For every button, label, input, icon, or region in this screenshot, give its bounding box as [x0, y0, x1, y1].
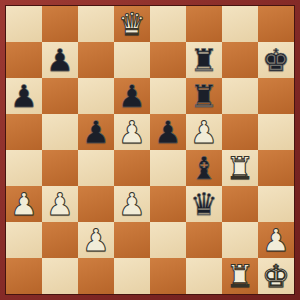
- square-c2[interactable]: ♟: [78, 222, 114, 258]
- square-a5[interactable]: [6, 114, 42, 150]
- board-frame: ♛♟♜♚♟♟♜♟♟♟♟♝♜♟♟♟♛♟♟♜♚: [0, 0, 300, 300]
- piece-white-pawn[interactable]: ♟: [190, 114, 218, 150]
- square-b1[interactable]: [42, 258, 78, 294]
- piece-white-pawn[interactable]: ♟: [262, 222, 290, 258]
- square-f8[interactable]: [186, 6, 222, 42]
- square-c7[interactable]: [78, 42, 114, 78]
- piece-black-queen[interactable]: ♛: [190, 186, 218, 222]
- square-h5[interactable]: [258, 114, 294, 150]
- piece-white-king[interactable]: ♚: [262, 258, 290, 294]
- square-c4[interactable]: [78, 150, 114, 186]
- square-d7[interactable]: [114, 42, 150, 78]
- square-f1[interactable]: [186, 258, 222, 294]
- square-a2[interactable]: [6, 222, 42, 258]
- square-c1[interactable]: [78, 258, 114, 294]
- piece-black-pawn[interactable]: ♟: [82, 114, 110, 150]
- square-e3[interactable]: [150, 186, 186, 222]
- square-b2[interactable]: [42, 222, 78, 258]
- square-e2[interactable]: [150, 222, 186, 258]
- piece-white-pawn[interactable]: ♟: [118, 186, 146, 222]
- square-g4[interactable]: ♜: [222, 150, 258, 186]
- square-e1[interactable]: [150, 258, 186, 294]
- square-h3[interactable]: [258, 186, 294, 222]
- square-f7[interactable]: ♜: [186, 42, 222, 78]
- square-f3[interactable]: ♛: [186, 186, 222, 222]
- piece-white-rook[interactable]: ♜: [226, 258, 254, 294]
- piece-black-pawn[interactable]: ♟: [46, 42, 74, 78]
- square-f2[interactable]: [186, 222, 222, 258]
- square-h6[interactable]: [258, 78, 294, 114]
- square-d8[interactable]: ♛: [114, 6, 150, 42]
- square-h8[interactable]: [258, 6, 294, 42]
- square-a4[interactable]: [6, 150, 42, 186]
- square-g2[interactable]: [222, 222, 258, 258]
- square-c6[interactable]: [78, 78, 114, 114]
- square-a1[interactable]: [6, 258, 42, 294]
- square-b4[interactable]: [42, 150, 78, 186]
- square-b6[interactable]: [42, 78, 78, 114]
- square-g3[interactable]: [222, 186, 258, 222]
- square-e6[interactable]: [150, 78, 186, 114]
- square-g8[interactable]: [222, 6, 258, 42]
- square-h2[interactable]: ♟: [258, 222, 294, 258]
- square-e5[interactable]: ♟: [150, 114, 186, 150]
- square-d5[interactable]: ♟: [114, 114, 150, 150]
- square-d3[interactable]: ♟: [114, 186, 150, 222]
- square-d1[interactable]: [114, 258, 150, 294]
- piece-white-pawn[interactable]: ♟: [82, 222, 110, 258]
- square-a3[interactable]: ♟: [6, 186, 42, 222]
- square-f4[interactable]: ♝: [186, 150, 222, 186]
- piece-black-pawn[interactable]: ♟: [154, 114, 182, 150]
- square-c3[interactable]: [78, 186, 114, 222]
- piece-white-pawn[interactable]: ♟: [118, 114, 146, 150]
- square-g7[interactable]: [222, 42, 258, 78]
- piece-white-queen[interactable]: ♛: [118, 6, 146, 42]
- square-h7[interactable]: ♚: [258, 42, 294, 78]
- square-c8[interactable]: [78, 6, 114, 42]
- square-a8[interactable]: [6, 6, 42, 42]
- square-g5[interactable]: [222, 114, 258, 150]
- piece-black-pawn[interactable]: ♟: [10, 78, 38, 114]
- square-b8[interactable]: [42, 6, 78, 42]
- piece-black-rook[interactable]: ♜: [190, 78, 218, 114]
- square-h1[interactable]: ♚: [258, 258, 294, 294]
- piece-white-pawn[interactable]: ♟: [46, 186, 74, 222]
- square-b3[interactable]: ♟: [42, 186, 78, 222]
- square-d6[interactable]: ♟: [114, 78, 150, 114]
- piece-white-rook[interactable]: ♜: [226, 150, 254, 186]
- square-b7[interactable]: ♟: [42, 42, 78, 78]
- piece-black-king[interactable]: ♚: [262, 42, 290, 78]
- piece-white-pawn[interactable]: ♟: [10, 186, 38, 222]
- square-d4[interactable]: [114, 150, 150, 186]
- piece-black-rook[interactable]: ♜: [190, 42, 218, 78]
- chess-board: ♛♟♜♚♟♟♜♟♟♟♟♝♜♟♟♟♛♟♟♜♚: [6, 6, 294, 294]
- square-g1[interactable]: ♜: [222, 258, 258, 294]
- square-g6[interactable]: [222, 78, 258, 114]
- square-e7[interactable]: [150, 42, 186, 78]
- square-b5[interactable]: [42, 114, 78, 150]
- piece-black-pawn[interactable]: ♟: [118, 78, 146, 114]
- square-a7[interactable]: [6, 42, 42, 78]
- square-f6[interactable]: ♜: [186, 78, 222, 114]
- square-a6[interactable]: ♟: [6, 78, 42, 114]
- square-f5[interactable]: ♟: [186, 114, 222, 150]
- square-h4[interactable]: [258, 150, 294, 186]
- square-d2[interactable]: [114, 222, 150, 258]
- piece-black-bishop[interactable]: ♝: [190, 150, 218, 186]
- square-c5[interactable]: ♟: [78, 114, 114, 150]
- square-e8[interactable]: [150, 6, 186, 42]
- square-e4[interactable]: [150, 150, 186, 186]
